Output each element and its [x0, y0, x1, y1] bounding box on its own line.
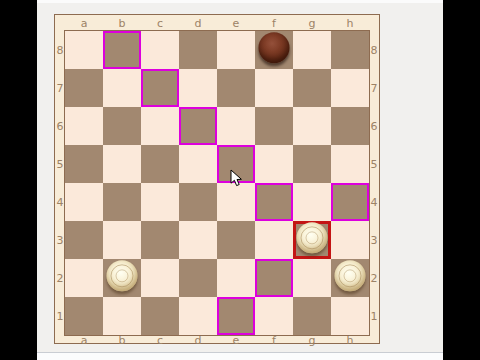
file-label: c	[141, 335, 179, 346]
mouse-cursor	[230, 169, 243, 188]
square-b6[interactable]	[103, 107, 141, 145]
square-h1[interactable]	[331, 297, 369, 335]
dark-checker[interactable]	[259, 32, 290, 63]
rank-label: 1	[369, 297, 379, 335]
square-c7[interactable]	[141, 69, 179, 107]
square-f4[interactable]	[255, 183, 293, 221]
rank-label: 6	[55, 107, 65, 145]
file-label: b	[103, 335, 141, 346]
square-e3[interactable]	[217, 221, 255, 259]
file-label: f	[255, 335, 293, 346]
square-f2[interactable]	[255, 259, 293, 297]
square-h3[interactable]	[331, 221, 369, 259]
rank-label: 3	[369, 221, 379, 259]
rank-label: 3	[55, 221, 65, 259]
square-f6[interactable]	[255, 107, 293, 145]
file-label: g	[293, 335, 331, 346]
square-a3[interactable]	[65, 221, 103, 259]
square-c5[interactable]	[141, 145, 179, 183]
square-h2[interactable]	[331, 259, 369, 297]
square-c6[interactable]	[141, 107, 179, 145]
letterbox-bar-left	[0, 0, 37, 360]
checkers-board	[65, 31, 369, 335]
board-frame: abcdefgh 87654321 87654321 abcdefgh	[54, 14, 380, 344]
square-a8[interactable]	[65, 31, 103, 69]
bottom-panel-edge	[37, 352, 443, 360]
rank-label: 1	[55, 297, 65, 335]
square-g6[interactable]	[293, 107, 331, 145]
square-h5[interactable]	[331, 145, 369, 183]
rank-label: 8	[55, 31, 65, 69]
rank-label: 2	[369, 259, 379, 297]
square-g1[interactable]	[293, 297, 331, 335]
file-label: a	[65, 335, 103, 346]
square-c2[interactable]	[141, 259, 179, 297]
file-label: c	[141, 18, 179, 29]
file-label: h	[331, 18, 369, 29]
square-f5[interactable]	[255, 145, 293, 183]
file-label: e	[217, 335, 255, 346]
square-g8[interactable]	[293, 31, 331, 69]
file-label: b	[103, 18, 141, 29]
square-e7[interactable]	[217, 69, 255, 107]
rank-label: 8	[369, 31, 379, 69]
rank-label: 2	[55, 259, 65, 297]
square-a6[interactable]	[65, 107, 103, 145]
square-b5[interactable]	[103, 145, 141, 183]
file-label: d	[179, 335, 217, 346]
rank-label: 6	[369, 107, 379, 145]
letterbox-bar-right	[443, 0, 480, 360]
rank-label: 5	[369, 145, 379, 183]
square-b7[interactable]	[103, 69, 141, 107]
square-e8[interactable]	[217, 31, 255, 69]
square-d4[interactable]	[179, 183, 217, 221]
file-labels-bottom: abcdefgh	[65, 335, 369, 343]
square-b8[interactable]	[103, 31, 141, 69]
square-c3[interactable]	[141, 221, 179, 259]
square-d5[interactable]	[179, 145, 217, 183]
square-g7[interactable]	[293, 69, 331, 107]
square-h8[interactable]	[331, 31, 369, 69]
square-a4[interactable]	[65, 183, 103, 221]
square-g5[interactable]	[293, 145, 331, 183]
file-label: g	[293, 18, 331, 29]
square-h4[interactable]	[331, 183, 369, 221]
file-label: e	[217, 18, 255, 29]
rank-label: 5	[55, 145, 65, 183]
square-e1[interactable]	[217, 297, 255, 335]
square-g2[interactable]	[293, 259, 331, 297]
rank-label: 4	[55, 183, 65, 221]
square-e6[interactable]	[217, 107, 255, 145]
square-b3[interactable]	[103, 221, 141, 259]
square-g4[interactable]	[293, 183, 331, 221]
file-label: a	[65, 18, 103, 29]
square-a7[interactable]	[65, 69, 103, 107]
square-b2[interactable]	[103, 259, 141, 297]
rank-label: 4	[369, 183, 379, 221]
file-label: d	[179, 18, 217, 29]
rank-labels-right: 87654321	[369, 31, 379, 335]
square-d8[interactable]	[179, 31, 217, 69]
square-c1[interactable]	[141, 297, 179, 335]
square-d1[interactable]	[179, 297, 217, 335]
square-b1[interactable]	[103, 297, 141, 335]
white-checker[interactable]	[335, 260, 366, 291]
square-a2[interactable]	[65, 259, 103, 297]
white-checker[interactable]	[107, 260, 138, 291]
square-f7[interactable]	[255, 69, 293, 107]
square-d7[interactable]	[179, 69, 217, 107]
rank-labels-left: 87654321	[55, 31, 65, 335]
square-e2[interactable]	[217, 259, 255, 297]
white-checker[interactable]	[297, 222, 328, 253]
square-d6[interactable]	[179, 107, 217, 145]
square-f1[interactable]	[255, 297, 293, 335]
square-h7[interactable]	[331, 69, 369, 107]
file-label: f	[255, 18, 293, 29]
square-d3[interactable]	[179, 221, 217, 259]
file-labels-top: abcdefgh	[65, 15, 369, 31]
square-a5[interactable]	[65, 145, 103, 183]
file-label: h	[331, 335, 369, 346]
square-b4[interactable]	[103, 183, 141, 221]
square-c4[interactable]	[141, 183, 179, 221]
square-a1[interactable]	[65, 297, 103, 335]
window-top-edge	[37, 0, 443, 3]
square-f8[interactable]	[255, 31, 293, 69]
square-d2[interactable]	[179, 259, 217, 297]
square-e4[interactable]	[217, 183, 255, 221]
square-c8[interactable]	[141, 31, 179, 69]
square-f3[interactable]	[255, 221, 293, 259]
rank-label: 7	[369, 69, 379, 107]
square-g3[interactable]	[293, 221, 331, 259]
rank-label: 7	[55, 69, 65, 107]
square-h6[interactable]	[331, 107, 369, 145]
